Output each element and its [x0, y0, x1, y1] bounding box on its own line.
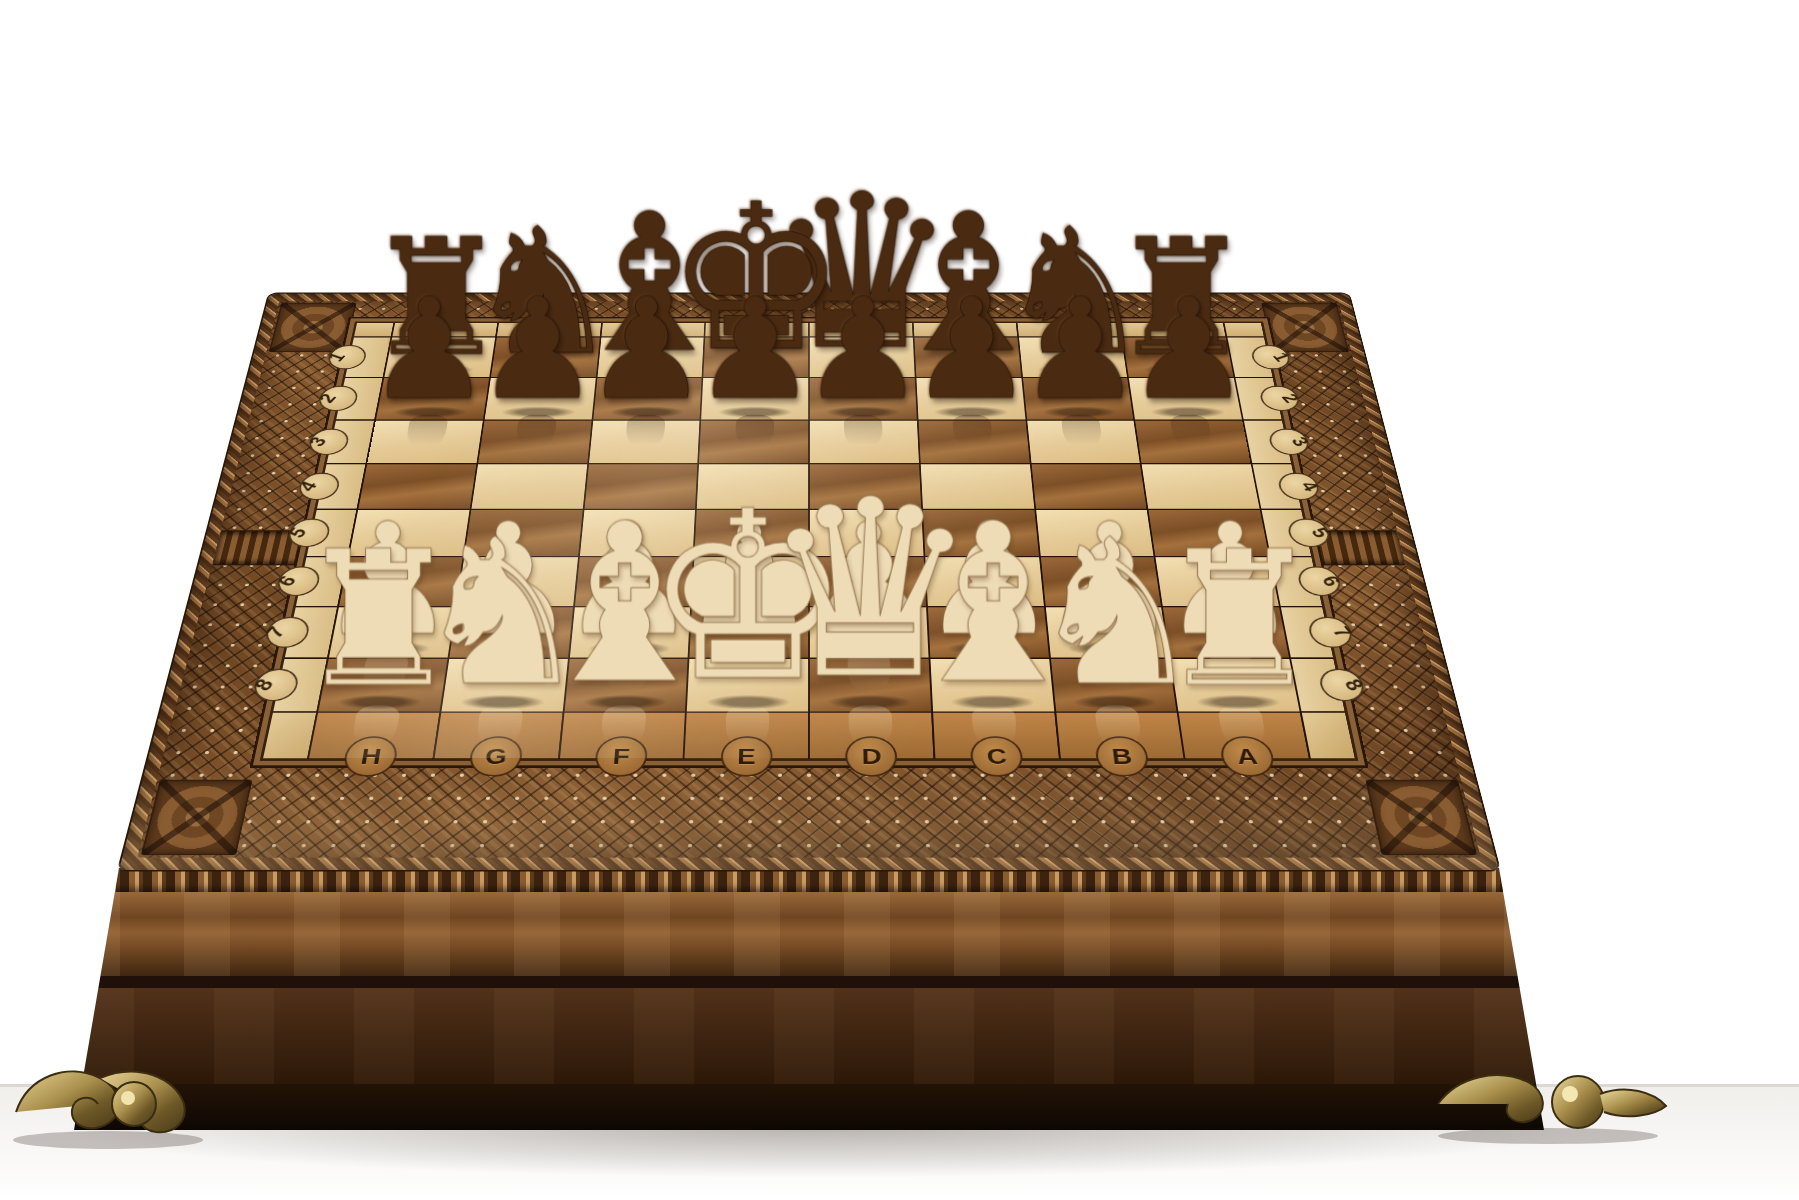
piece-dark-pawn-b2[interactable]: ♟: [1018, 284, 1143, 416]
brass-clasp-icon: [8, 1052, 213, 1152]
piece-dark-pawn-d2[interactable]: ♟: [801, 284, 926, 416]
square-f8[interactable]: ♝: [564, 659, 688, 712]
square-b8[interactable]: ♞: [1051, 659, 1177, 712]
box-front-face: [74, 868, 1544, 1130]
front-molding: [74, 892, 1544, 976]
piece-dark-pawn-c2[interactable]: ♟: [909, 284, 1034, 416]
board-top-face: 1♜♞♝♚♛♝♞♜12♟♟♟♟♟♟♟♟2334455667♟♟♟♟♟♟♟♟78♜…: [119, 294, 1499, 870]
square-f2[interactable]: ♟: [593, 378, 702, 419]
rope-carving-band: [74, 868, 1544, 892]
rank-label-left-3: 3: [327, 420, 374, 463]
square-a2[interactable]: ♟: [1129, 378, 1242, 419]
corner-rosette: [1365, 780, 1477, 856]
piece-dark-pawn-g2[interactable]: ♟: [475, 284, 600, 416]
square-b2[interactable]: ♟: [1023, 378, 1134, 419]
playfield: 1♜♞♝♚♛♝♞♜12♟♟♟♟♟♟♟♟2334455667♟♟♟♟♟♟♟♟78♜…: [263, 323, 1355, 759]
square-g2[interactable]: ♟: [485, 378, 596, 419]
front-bottom-edge: [74, 1084, 1544, 1130]
square-c2[interactable]: ♟: [916, 378, 1025, 419]
border-corner: [263, 713, 316, 759]
square-d2[interactable]: ♟: [810, 378, 917, 419]
piece-dark-pawn-h2[interactable]: ♟: [367, 284, 492, 416]
piece-dark-pawn-e2[interactable]: ♟: [692, 284, 817, 416]
chess-board: 1♜♞♝♚♛♝♞♜12♟♟♟♟♟♟♟♟2334455667♟♟♟♟♟♟♟♟78♜…: [119, 0, 1499, 870]
square-e2[interactable]: ♟: [701, 378, 808, 419]
photo-stage: 1♜♞♝♚♛♝♞♜12♟♟♟♟♟♟♟♟2334455667♟♟♟♟♟♟♟♟78♜…: [0, 0, 1799, 1200]
corner-rosette: [141, 780, 253, 856]
front-lower-panel: [74, 988, 1544, 1084]
piece-light-knight-b8[interactable]: ♞: [1026, 517, 1206, 708]
square-h2[interactable]: ♟: [376, 378, 489, 419]
piece-dark-pawn-f2[interactable]: ♟: [584, 284, 709, 416]
piece-light-bishop-f8[interactable]: ♝: [526, 499, 723, 708]
piece-dark-pawn-a2[interactable]: ♟: [1126, 284, 1251, 416]
front-groove: [74, 976, 1544, 988]
brass-clasp-icon: [1428, 1046, 1678, 1146]
